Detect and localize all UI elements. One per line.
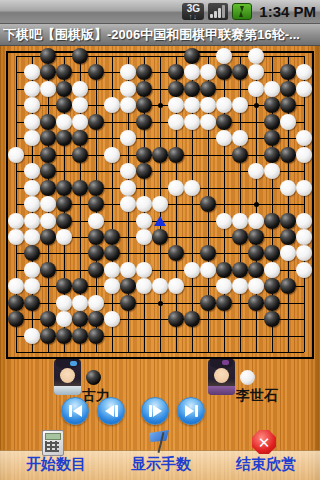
white-stone (248, 48, 264, 64)
black-stone (216, 114, 232, 130)
black-stone-icon (86, 370, 101, 385)
white-stone (72, 114, 88, 130)
black-stone (184, 81, 200, 97)
black-stone (200, 81, 216, 97)
black-stone (136, 147, 152, 163)
black-stone (136, 163, 152, 179)
white-stone (136, 196, 152, 212)
white-stone (184, 114, 200, 130)
white-stone (56, 114, 72, 130)
white-stone (8, 229, 24, 245)
white-stone (72, 81, 88, 97)
black-stone (232, 147, 248, 163)
white-stone (120, 196, 136, 212)
white-stone (296, 81, 312, 97)
black-stone (168, 147, 184, 163)
black-stone (248, 295, 264, 311)
white-stone (120, 81, 136, 97)
white-stone (168, 114, 184, 130)
white-stone (136, 262, 152, 278)
black-stone (184, 48, 200, 64)
skip-last-icon (185, 405, 194, 417)
white-stone (24, 163, 40, 179)
white-stone (24, 262, 40, 278)
status-bar: 3G↑↓ 1:34 PM (0, 0, 320, 24)
white-stone (24, 114, 40, 130)
black-stone (40, 262, 56, 278)
black-stone (40, 229, 56, 245)
white-stone (296, 229, 312, 245)
white-stone (248, 163, 264, 179)
black-stone (280, 213, 296, 229)
go-board[interactable] (0, 46, 320, 358)
black-stone (200, 196, 216, 212)
white-player-panel: 李世石 (208, 359, 320, 405)
black-stone (88, 180, 104, 196)
white-stone (24, 213, 40, 229)
star-point (254, 202, 259, 207)
white-stone (296, 262, 312, 278)
black-stone (88, 229, 104, 245)
previous-move-button[interactable] (97, 397, 125, 425)
skip-first-icon (69, 405, 72, 417)
black-stone (56, 328, 72, 344)
white-stone (24, 81, 40, 97)
black-stone (152, 147, 168, 163)
black-stone (40, 48, 56, 64)
white-stone (280, 180, 296, 196)
black-stone (264, 213, 280, 229)
white-stone (264, 81, 280, 97)
white-stone (296, 213, 312, 229)
black-stone (248, 262, 264, 278)
black-stone (40, 328, 56, 344)
star-point (158, 301, 163, 306)
white-stone (152, 196, 168, 212)
white-stone (104, 147, 120, 163)
white-stone (120, 163, 136, 179)
white-player-avatar (208, 359, 235, 395)
black-stone (56, 196, 72, 212)
white-stone (200, 114, 216, 130)
white-stone (264, 262, 280, 278)
white-player-name: 李世石 (236, 387, 278, 405)
white-stone (120, 262, 136, 278)
white-stone (232, 213, 248, 229)
black-stone (56, 180, 72, 196)
black-stone (40, 180, 56, 196)
white-stone (136, 213, 152, 229)
white-stone (136, 229, 152, 245)
black-stone (88, 196, 104, 212)
white-stone (56, 295, 72, 311)
black-stone (72, 147, 88, 163)
white-stone (72, 295, 88, 311)
white-stone (296, 180, 312, 196)
black-stone (280, 81, 296, 97)
app-title-bar: 下棋吧【围棋版】-2006中国和围棋甲联赛第16轮-... (0, 24, 320, 46)
black-stone (280, 147, 296, 163)
white-stone (24, 196, 40, 212)
black-stone (152, 229, 168, 245)
black-stone (56, 213, 72, 229)
black-stone (24, 295, 40, 311)
black-stone (264, 114, 280, 130)
white-stone (88, 213, 104, 229)
black-stone (40, 114, 56, 130)
white-stone (40, 196, 56, 212)
black-stone (264, 147, 280, 163)
end-review-button[interactable]: 结束欣赏 (236, 455, 296, 474)
black-stone (88, 262, 104, 278)
black-stone (200, 295, 216, 311)
black-stone (216, 295, 232, 311)
black-stone (72, 328, 88, 344)
white-stone (216, 213, 232, 229)
black-stone (232, 229, 248, 245)
white-stone (264, 163, 280, 179)
black-stone (88, 114, 104, 130)
black-stone (136, 114, 152, 130)
black-stone (120, 295, 136, 311)
black-stone (216, 262, 232, 278)
black-stone (40, 147, 56, 163)
white-stone (24, 328, 40, 344)
white-stone (88, 295, 104, 311)
black-stone (8, 295, 24, 311)
white-stone-icon (240, 370, 255, 385)
last-move-button[interactable] (177, 397, 205, 425)
last-move-marker (154, 216, 166, 226)
white-stone (200, 262, 216, 278)
white-stone (8, 147, 24, 163)
black-stone (56, 81, 72, 97)
white-stone (120, 180, 136, 196)
3g-icon: 3G↑↓ (182, 3, 204, 20)
first-move-button[interactable] (61, 397, 89, 425)
white-stone (296, 147, 312, 163)
black-stone (104, 229, 120, 245)
white-stone (280, 114, 296, 130)
next-icon (149, 405, 152, 417)
next-move-button[interactable] (141, 397, 169, 425)
signal-strength-icon (208, 3, 228, 20)
black-stone (280, 229, 296, 245)
black-player-avatar (54, 359, 81, 395)
black-stone (136, 81, 152, 97)
phone-screen: 3G↑↓ 1:34 PM 下棋吧【围棋版】-2006中国和围棋甲联赛第16轮-.… (0, 0, 320, 480)
black-stone (40, 163, 56, 179)
white-stone (168, 180, 184, 196)
white-stone (24, 180, 40, 196)
battery-charging-icon (232, 3, 252, 20)
white-stone (248, 213, 264, 229)
black-stone (168, 81, 184, 97)
white-stone (24, 229, 40, 245)
black-stone (72, 48, 88, 64)
stop-icon[interactable]: ✕ (252, 430, 276, 454)
show-move-numbers-button[interactable]: 显示手数 (131, 455, 191, 474)
white-stone (40, 81, 56, 97)
black-stone (232, 262, 248, 278)
white-stone (56, 229, 72, 245)
white-stone (184, 180, 200, 196)
black-stone (248, 229, 264, 245)
black-stone (72, 180, 88, 196)
black-stone (264, 295, 280, 311)
white-stone (248, 81, 264, 97)
app-title: 下棋吧【围棋版】-2006中国和围棋甲联赛第16轮-... (3, 27, 300, 42)
previous-icon (105, 405, 114, 417)
black-stone (88, 328, 104, 344)
calculator-icon[interactable] (42, 430, 64, 456)
start-count-button[interactable]: 开始数目 (26, 455, 86, 474)
white-stone (8, 213, 24, 229)
white-stone (40, 213, 56, 229)
white-stone (184, 262, 200, 278)
white-stone (104, 262, 120, 278)
white-stone (216, 48, 232, 64)
clock-time: 1:34 PM (259, 3, 316, 20)
flag-icon[interactable] (148, 428, 174, 454)
